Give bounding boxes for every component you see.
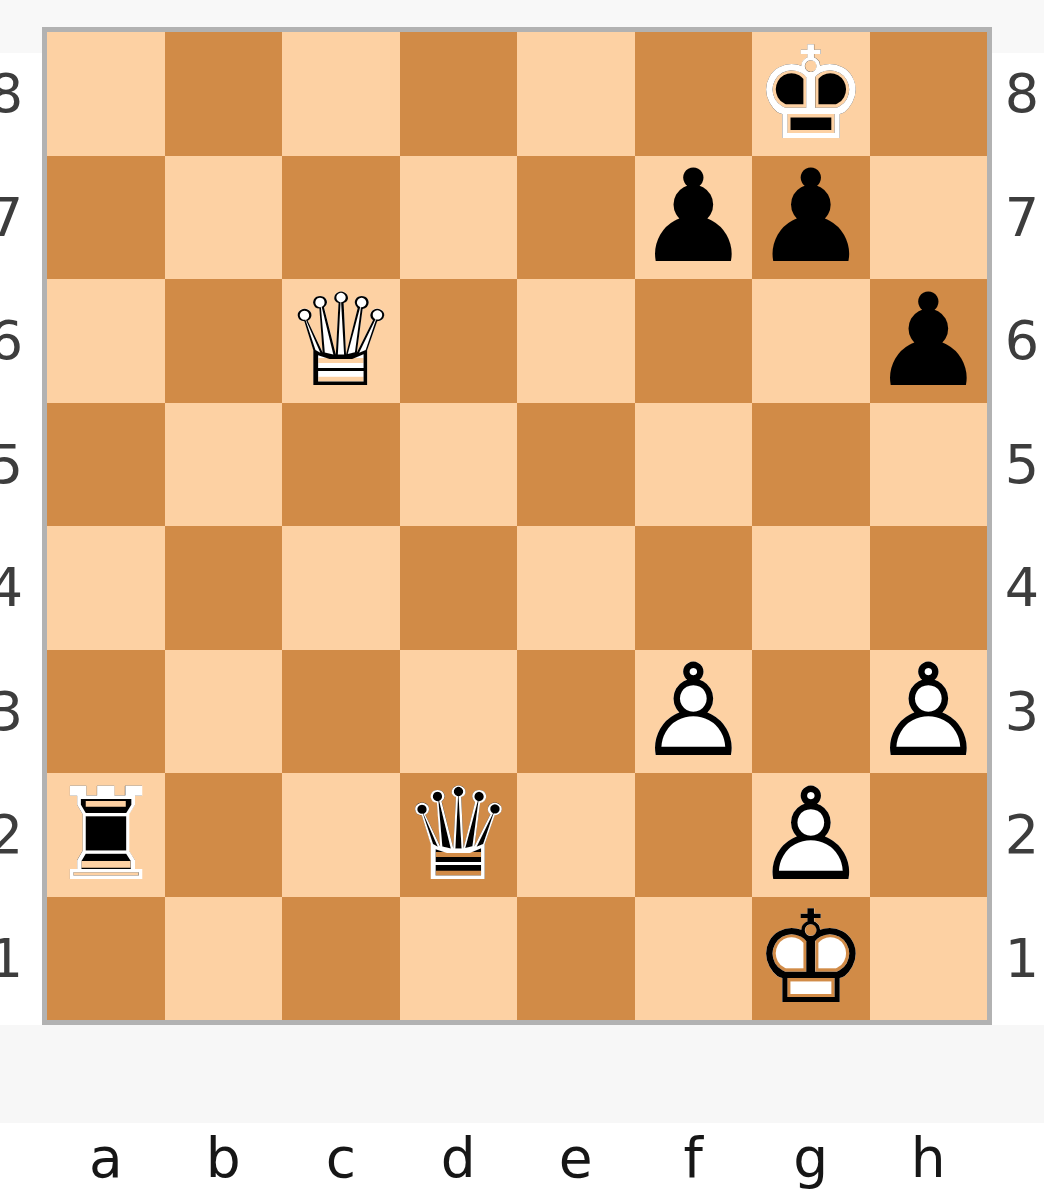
file-label-d: d — [400, 1126, 518, 1190]
square-b1[interactable] — [165, 897, 283, 1021]
square-a7[interactable] — [47, 156, 165, 280]
black-rook-outline: ♖ — [47, 773, 165, 897]
rank-label-5: 5 — [0, 403, 24, 527]
rank-label-8: 8 — [0, 32, 24, 156]
square-e4[interactable] — [517, 526, 635, 650]
rank-label-4: 4 — [1002, 526, 1042, 650]
file-label-h: h — [870, 1126, 988, 1190]
square-b2[interactable] — [165, 773, 283, 897]
square-e2[interactable] — [517, 773, 635, 897]
square-h4[interactable] — [870, 526, 988, 650]
bottom-band — [0, 1025, 1044, 1123]
square-g5[interactable] — [752, 403, 870, 527]
square-f8[interactable] — [635, 32, 753, 156]
rank-label-1: 1 — [1002, 897, 1042, 1021]
square-d6[interactable] — [400, 279, 518, 403]
square-c3[interactable] — [282, 650, 400, 774]
rank-label-2: 2 — [0, 773, 24, 897]
file-label-g: g — [752, 1126, 870, 1190]
black-pawn[interactable]: ♟ — [635, 156, 753, 280]
rank-label-4: 4 — [0, 526, 24, 650]
chess-board: ♚♔♟♟♛♕♟♟♙♟♙♜♖♛♕♟♙♚♔ — [42, 27, 992, 1025]
board-grid: ♚♔♟♟♛♕♟♟♙♟♙♜♖♛♕♟♙♚♔ — [47, 32, 987, 1020]
square-b7[interactable] — [165, 156, 283, 280]
square-h7[interactable] — [870, 156, 988, 280]
square-d1[interactable] — [400, 897, 518, 1021]
square-h5[interactable] — [870, 403, 988, 527]
rank-label-3: 3 — [0, 650, 24, 774]
square-g4[interactable] — [752, 526, 870, 650]
square-c1[interactable] — [282, 897, 400, 1021]
square-e6[interactable] — [517, 279, 635, 403]
square-b5[interactable] — [165, 403, 283, 527]
square-e5[interactable] — [517, 403, 635, 527]
square-h2[interactable] — [870, 773, 988, 897]
square-b4[interactable] — [165, 526, 283, 650]
file-label-b: b — [165, 1126, 283, 1190]
square-g2[interactable]: ♟♙ — [752, 773, 870, 897]
square-e7[interactable] — [517, 156, 635, 280]
white-queen[interactable]: ♛♕ — [282, 279, 400, 403]
black-rook[interactable]: ♜♖ — [47, 773, 165, 897]
rank-label-7: 7 — [0, 156, 24, 280]
square-c2[interactable] — [282, 773, 400, 897]
rank-label-3: 3 — [1002, 650, 1042, 774]
square-c7[interactable] — [282, 156, 400, 280]
square-c6[interactable]: ♛♕ — [282, 279, 400, 403]
square-d8[interactable] — [400, 32, 518, 156]
file-label-a: a — [47, 1126, 165, 1190]
rank-label-2: 2 — [1002, 773, 1042, 897]
square-b8[interactable] — [165, 32, 283, 156]
white-pawn-outline: ♙ — [870, 650, 988, 774]
rank-label-6: 6 — [0, 279, 24, 403]
white-king-outline: ♔ — [752, 897, 870, 1021]
square-h3[interactable]: ♟♙ — [870, 650, 988, 774]
rank-label-1: 1 — [0, 897, 24, 1021]
square-d3[interactable] — [400, 650, 518, 774]
square-a3[interactable] — [47, 650, 165, 774]
square-h6[interactable]: ♟ — [870, 279, 988, 403]
black-queen-outline: ♕ — [400, 773, 518, 897]
square-e1[interactable] — [517, 897, 635, 1021]
rank-label-6: 6 — [1002, 279, 1042, 403]
square-f6[interactable] — [635, 279, 753, 403]
file-labels: abcdefgh — [47, 1126, 987, 1190]
square-d5[interactable] — [400, 403, 518, 527]
file-label-c: c — [282, 1126, 400, 1190]
square-f2[interactable] — [635, 773, 753, 897]
white-king[interactable]: ♚♔ — [752, 897, 870, 1021]
rank-labels-left: 87654321 — [0, 32, 24, 1020]
black-pawn-glyph: ♟ — [870, 279, 988, 403]
square-c5[interactable] — [282, 403, 400, 527]
black-pawn-glyph: ♟ — [635, 156, 753, 280]
black-pawn[interactable]: ♟ — [752, 156, 870, 280]
white-queen-outline: ♕ — [282, 279, 400, 403]
rank-labels-right: 87654321 — [1002, 32, 1042, 1020]
square-c4[interactable] — [282, 526, 400, 650]
rank-label-7: 7 — [1002, 156, 1042, 280]
square-g1[interactable]: ♚♔ — [752, 897, 870, 1021]
white-pawn[interactable]: ♟♙ — [870, 650, 988, 774]
white-pawn[interactable]: ♟♙ — [752, 773, 870, 897]
square-f3[interactable]: ♟♙ — [635, 650, 753, 774]
square-h8[interactable] — [870, 32, 988, 156]
square-c8[interactable] — [282, 32, 400, 156]
square-f1[interactable] — [635, 897, 753, 1021]
square-a5[interactable] — [47, 403, 165, 527]
black-pawn-glyph: ♟ — [752, 156, 870, 280]
square-f7[interactable]: ♟ — [635, 156, 753, 280]
square-a1[interactable] — [47, 897, 165, 1021]
square-h1[interactable] — [870, 897, 988, 1021]
file-label-f: f — [635, 1126, 753, 1190]
file-label-e: e — [517, 1126, 635, 1190]
black-king[interactable]: ♚♔ — [752, 32, 870, 156]
square-g3[interactable] — [752, 650, 870, 774]
square-b3[interactable] — [165, 650, 283, 774]
square-f4[interactable] — [635, 526, 753, 650]
square-e8[interactable] — [517, 32, 635, 156]
square-a2[interactable]: ♜♖ — [47, 773, 165, 897]
black-queen[interactable]: ♛♕ — [400, 773, 518, 897]
black-pawn[interactable]: ♟ — [870, 279, 988, 403]
white-pawn[interactable]: ♟♙ — [635, 650, 753, 774]
rank-label-8: 8 — [1002, 32, 1042, 156]
square-d2[interactable]: ♛♕ — [400, 773, 518, 897]
square-a6[interactable] — [47, 279, 165, 403]
square-d4[interactable] — [400, 526, 518, 650]
square-e3[interactable] — [517, 650, 635, 774]
square-a4[interactable] — [47, 526, 165, 650]
square-d7[interactable] — [400, 156, 518, 280]
white-pawn-outline: ♙ — [635, 650, 753, 774]
square-g7[interactable]: ♟ — [752, 156, 870, 280]
square-g6[interactable] — [752, 279, 870, 403]
square-g8[interactable]: ♚♔ — [752, 32, 870, 156]
square-f5[interactable] — [635, 403, 753, 527]
black-king-outline: ♔ — [752, 32, 870, 156]
white-pawn-outline: ♙ — [752, 773, 870, 897]
rank-label-5: 5 — [1002, 403, 1042, 527]
square-b6[interactable] — [165, 279, 283, 403]
square-a8[interactable] — [47, 32, 165, 156]
